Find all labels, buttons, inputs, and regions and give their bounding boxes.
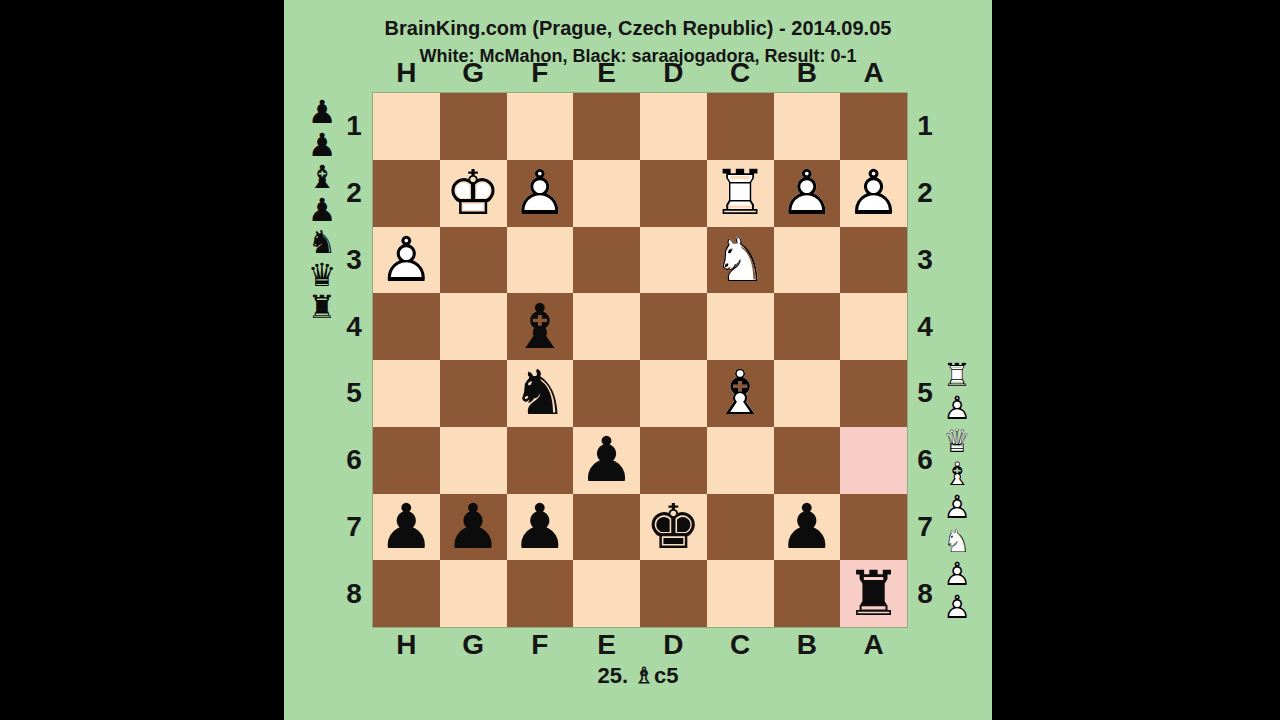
square-b4[interactable] [774, 293, 841, 360]
black-knight: ♞ [304, 224, 340, 260]
file-label-h: H [373, 56, 440, 90]
square-e8[interactable] [573, 560, 640, 627]
white-pawn: ♟♙ [840, 160, 907, 227]
captured-black-column: ♟♟♝♟♞♛♜ [305, 0, 339, 720]
rank-label-2: 2 [338, 160, 370, 227]
black-pawn: ♟ [507, 494, 574, 561]
black-pawn: ♟ [440, 494, 507, 561]
square-c5[interactable]: ♝♗ [707, 360, 774, 427]
square-d8[interactable] [640, 560, 707, 627]
content-area: BrainKing.com (Prague, Czech Republic) -… [284, 0, 992, 720]
square-c3[interactable]: ♞♘ [707, 227, 774, 294]
square-h5[interactable] [373, 360, 440, 427]
rank-label-8: 8 [909, 560, 941, 627]
square-h8[interactable] [373, 560, 440, 627]
square-g5[interactable] [440, 360, 507, 427]
rank-label-6: 6 [338, 427, 370, 494]
square-e7[interactable] [573, 494, 640, 561]
square-d5[interactable] [640, 360, 707, 427]
square-d1[interactable] [640, 93, 707, 160]
file-label-e: E [573, 56, 640, 90]
square-f4[interactable]: ♝ [507, 293, 574, 360]
black-rook: ♜ [840, 560, 907, 627]
file-label-c: C [707, 56, 774, 90]
square-h1[interactable] [373, 93, 440, 160]
page-title: BrainKing.com (Prague, Czech Republic) -… [284, 17, 992, 40]
square-b5[interactable] [774, 360, 841, 427]
square-g8[interactable] [440, 560, 507, 627]
white-bishop: ♝♗ [939, 456, 975, 492]
rank-label-4: 4 [909, 293, 941, 360]
file-label-d: D [640, 56, 707, 90]
square-g6[interactable] [440, 427, 507, 494]
white-queen: ♛♕ [939, 423, 975, 459]
move-annotation: 25. ♗c5 [284, 663, 992, 689]
white-knight: ♞♘ [939, 523, 975, 559]
square-a2[interactable]: ♟♙ [840, 160, 907, 227]
rank-labels-left: 12345678 [338, 93, 370, 627]
black-pawn: ♟ [304, 192, 340, 228]
black-pawn: ♟ [573, 427, 640, 494]
square-e2[interactable] [573, 160, 640, 227]
black-queen: ♛ [304, 257, 340, 293]
square-c8[interactable] [707, 560, 774, 627]
file-labels-bottom: HGFEDCBA [373, 628, 907, 662]
chess-board: ♚♔♟♙♜♖♟♙♟♙♟♙♞♘♝♞♝♗♟♟♟♟♚♟♜ [373, 93, 907, 627]
square-g2[interactable]: ♚♔ [440, 160, 507, 227]
square-f7[interactable]: ♟ [507, 494, 574, 561]
square-a1[interactable] [840, 93, 907, 160]
square-h7[interactable]: ♟ [373, 494, 440, 561]
square-e4[interactable] [573, 293, 640, 360]
white-pawn: ♟♙ [774, 160, 841, 227]
rank-label-8: 8 [338, 560, 370, 627]
white-knight: ♞♘ [707, 227, 774, 294]
rank-labels-right: 12345678 [909, 93, 941, 627]
black-pawn: ♟ [304, 94, 340, 130]
black-king: ♚ [640, 494, 707, 561]
file-label-c: C [707, 628, 774, 662]
file-labels-top: HGFEDCBA [373, 56, 907, 90]
black-knight: ♞ [507, 360, 574, 427]
black-bishop: ♝ [507, 293, 574, 360]
rank-label-5: 5 [338, 360, 370, 427]
white-rook: ♜♖ [707, 160, 774, 227]
rank-label-7: 7 [338, 494, 370, 561]
square-f8[interactable] [507, 560, 574, 627]
square-g1[interactable] [440, 93, 507, 160]
square-d6[interactable] [640, 427, 707, 494]
square-f1[interactable] [507, 93, 574, 160]
square-a3[interactable] [840, 227, 907, 294]
file-label-g: G [440, 56, 507, 90]
square-h3[interactable]: ♟♙ [373, 227, 440, 294]
white-king: ♚♔ [440, 160, 507, 227]
rank-label-3: 3 [338, 227, 370, 294]
white-pawn: ♟♙ [373, 227, 440, 294]
file-label-a: A [840, 56, 907, 90]
square-d3[interactable] [640, 227, 707, 294]
file-label-d: D [640, 628, 707, 662]
rank-label-7: 7 [909, 494, 941, 561]
white-pawn: ♟♙ [507, 160, 574, 227]
rank-label-2: 2 [909, 160, 941, 227]
square-c2[interactable]: ♜♖ [707, 160, 774, 227]
rank-label-4: 4 [338, 293, 370, 360]
file-label-e: E [573, 628, 640, 662]
square-a5[interactable] [840, 360, 907, 427]
letterbox-left [0, 0, 284, 720]
square-h2[interactable] [373, 160, 440, 227]
file-label-f: F [507, 628, 574, 662]
square-b8[interactable] [774, 560, 841, 627]
square-g4[interactable] [440, 293, 507, 360]
square-h6[interactable] [373, 427, 440, 494]
file-label-h: H [373, 628, 440, 662]
white-pawn: ♟♙ [939, 556, 975, 592]
square-c7[interactable] [707, 494, 774, 561]
rank-label-6: 6 [909, 427, 941, 494]
square-b7[interactable]: ♟ [774, 494, 841, 561]
square-e1[interactable] [573, 93, 640, 160]
square-a8[interactable]: ♜ [840, 560, 907, 627]
square-b2[interactable]: ♟♙ [774, 160, 841, 227]
square-a7[interactable] [840, 494, 907, 561]
letterbox-right [992, 0, 1280, 720]
square-f2[interactable]: ♟♙ [507, 160, 574, 227]
file-label-a: A [840, 628, 907, 662]
white-rook: ♜♖ [939, 357, 975, 393]
file-label-g: G [440, 628, 507, 662]
file-label-b: B [774, 628, 841, 662]
square-a4[interactable] [840, 293, 907, 360]
white-bishop: ♝♗ [707, 360, 774, 427]
square-f6[interactable] [507, 427, 574, 494]
square-d7[interactable]: ♚ [640, 494, 707, 561]
square-b1[interactable] [774, 93, 841, 160]
square-g7[interactable]: ♟ [440, 494, 507, 561]
file-label-b: B [774, 56, 841, 90]
black-pawn: ♟ [774, 494, 841, 561]
square-f3[interactable] [507, 227, 574, 294]
square-a6[interactable] [840, 427, 907, 494]
square-b3[interactable] [774, 227, 841, 294]
black-rook: ♜ [304, 289, 340, 325]
rank-label-1: 1 [909, 93, 941, 160]
square-e3[interactable] [573, 227, 640, 294]
square-e6[interactable]: ♟ [573, 427, 640, 494]
white-pawn: ♟♙ [939, 390, 975, 426]
white-pawn: ♟♙ [939, 489, 975, 525]
white-pawn: ♟♙ [939, 589, 975, 625]
rank-label-3: 3 [909, 227, 941, 294]
square-e5[interactable] [573, 360, 640, 427]
square-b6[interactable] [774, 427, 841, 494]
square-c1[interactable] [707, 93, 774, 160]
square-f5[interactable]: ♞ [507, 360, 574, 427]
square-g3[interactable] [440, 227, 507, 294]
square-h4[interactable] [373, 293, 440, 360]
square-c6[interactable] [707, 427, 774, 494]
rank-label-5: 5 [909, 360, 941, 427]
square-d4[interactable] [640, 293, 707, 360]
black-pawn: ♟ [304, 127, 340, 163]
file-label-f: F [507, 56, 574, 90]
captured-white-column: ♜♖♟♙♛♕♝♗♟♙♞♘♟♙♟♙ [940, 0, 974, 720]
square-c4[interactable] [707, 293, 774, 360]
rank-label-1: 1 [338, 93, 370, 160]
black-pawn: ♟ [373, 494, 440, 561]
black-bishop: ♝ [304, 159, 340, 195]
square-d2[interactable] [640, 160, 707, 227]
